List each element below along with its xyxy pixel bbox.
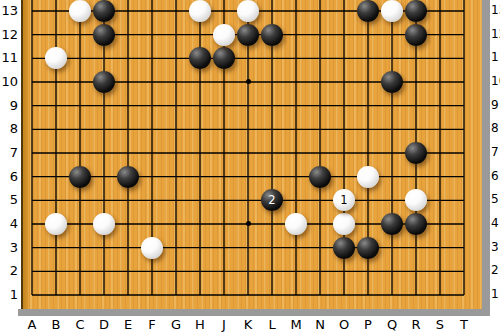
stone-white-R5[interactable] [405,189,427,211]
stone-black-O3[interactable] [333,237,355,259]
stone-black-K12[interactable] [237,24,259,46]
coordinate-label-3: 3 [491,240,500,254]
stone-black-L5[interactable]: 2 [261,189,283,211]
coordinate-label-5: 5 [491,192,500,206]
coordinate-label-4: 4 [491,216,500,230]
coordinate-label-3: 3 [0,240,18,255]
star-point-K4 [246,221,251,226]
coordinate-label-6: 6 [0,169,18,184]
coordinate-label-Q: Q [380,317,404,332]
board-shadow-right [482,0,490,316]
coordinate-label-11: 11 [0,50,18,65]
coordinate-label-M: M [284,317,308,332]
coordinate-label-2: 2 [0,263,18,278]
stone-white-B11[interactable] [45,47,67,69]
coordinate-label-H: H [188,317,212,332]
stone-black-R13[interactable] [405,0,427,22]
stone-black-R4[interactable] [405,213,427,235]
stone-black-D10[interactable] [93,71,115,93]
stone-white-B4[interactable] [45,213,67,235]
coordinate-label-4: 4 [0,216,18,231]
move-number-label: 1 [333,189,355,211]
stone-white-O4[interactable] [333,213,355,235]
coordinate-label-7: 7 [491,145,500,159]
coordinate-label-13: 13 [491,3,500,17]
coordinate-label-J: J [212,317,236,332]
stone-black-P13[interactable] [357,0,379,22]
coordinate-label-K: K [236,317,260,332]
stone-black-E6[interactable] [117,166,139,188]
coordinate-label-A: A [20,317,44,332]
coordinate-label-9: 9 [0,98,18,113]
stone-white-F3[interactable] [141,237,163,259]
stone-white-D4[interactable] [93,213,115,235]
coordinate-label-T: T [452,317,476,332]
coordinate-label-9: 9 [491,98,500,112]
coordinate-label-12: 12 [0,27,18,42]
stone-black-N6[interactable] [309,166,331,188]
stone-black-C6[interactable] [69,166,91,188]
stone-black-L12[interactable] [261,24,283,46]
coordinate-label-13: 13 [0,3,18,18]
stone-black-R12[interactable] [405,24,427,46]
coordinate-label-10: 10 [491,74,500,88]
coordinate-label-11: 11 [491,50,500,64]
coordinate-label-N: N [308,317,332,332]
stone-black-H11[interactable] [189,47,211,69]
stone-black-R7[interactable] [405,142,427,164]
coordinate-label-8: 8 [0,121,18,136]
stone-white-K13[interactable] [237,0,259,22]
coordinate-label-12: 12 [491,27,500,41]
stone-black-D13[interactable] [93,0,115,22]
coordinate-label-C: C [68,317,92,332]
goban[interactable]: 21 [21,0,482,309]
stone-white-M4[interactable] [285,213,307,235]
coordinate-label-10: 10 [0,74,18,89]
coordinate-label-F: F [140,317,164,332]
stone-black-D12[interactable] [93,24,115,46]
board-shadow-bottom [18,309,490,316]
go-board-screenshot: 21 1312111098765432113121110987654321ABC… [0,0,500,332]
coordinate-label-G: G [164,317,188,332]
stone-black-P3[interactable] [357,237,379,259]
coordinate-label-S: S [428,317,452,332]
stone-white-P6[interactable] [357,166,379,188]
stone-black-J11[interactable] [213,47,235,69]
stone-white-O5[interactable]: 1 [333,189,355,211]
coordinate-label-E: E [116,317,140,332]
coordinate-label-7: 7 [0,145,18,160]
stone-black-Q4[interactable] [381,213,403,235]
stone-white-H13[interactable] [189,0,211,22]
coordinate-label-6: 6 [491,169,500,183]
star-point-K10 [246,79,251,84]
stone-white-J12[interactable] [213,24,235,46]
stone-white-Q13[interactable] [381,0,403,22]
coordinate-label-2: 2 [491,263,500,277]
coordinate-label-1: 1 [491,287,500,301]
move-number-label: 2 [261,189,283,211]
stone-black-Q10[interactable] [381,71,403,93]
coordinate-label-L: L [260,317,284,332]
coordinate-label-P: P [356,317,380,332]
stone-white-C13[interactable] [69,0,91,22]
coordinate-label-O: O [332,317,356,332]
coordinate-label-R: R [404,317,428,332]
coordinate-label-5: 5 [0,192,18,207]
stones-layer: 21 [20,0,476,307]
coordinate-label-1: 1 [0,287,18,302]
coordinate-label-B: B [44,317,68,332]
coordinate-label-8: 8 [491,121,500,135]
coordinate-label-D: D [92,317,116,332]
